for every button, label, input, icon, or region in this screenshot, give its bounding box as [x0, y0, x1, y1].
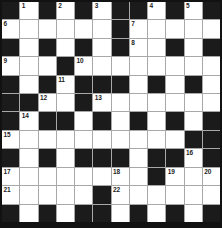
cell-r8c3[interactable]: [39, 131, 56, 148]
black-cell-r6c2: [20, 94, 37, 111]
cell-r3c6[interactable]: [93, 39, 110, 56]
black-cell-r1c8: [130, 2, 147, 19]
black-cell-r9c1: [2, 149, 19, 166]
cell-r10c12[interactable]: 20: [203, 168, 220, 185]
black-cell-r1c3: [39, 2, 56, 19]
cell-r7c7[interactable]: [112, 112, 129, 129]
cell-r11c7[interactable]: 22: [112, 186, 129, 203]
black-cell-r9c10: [166, 149, 183, 166]
black-cell-r5c3: [39, 76, 56, 93]
cell-r2c8[interactable]: 7: [130, 20, 147, 37]
clue-number-13: 13: [95, 94, 102, 102]
black-cell-r12c3: [39, 205, 56, 222]
cell-r4c12[interactable]: [203, 57, 220, 74]
cell-r7c11[interactable]: [185, 112, 202, 129]
crossword-screenshot: 12345678910111213141516171819202122: [0, 0, 222, 228]
cell-r4c2[interactable]: [20, 57, 37, 74]
crossword-board: 12345678910111213141516171819202122: [0, 0, 222, 228]
black-cell-r3c1: [2, 39, 19, 56]
black-cell-r1c1: [2, 2, 19, 19]
black-cell-r7c12: [203, 112, 220, 129]
cell-r7c9[interactable]: [148, 112, 165, 129]
cell-r10c4[interactable]: [57, 168, 74, 185]
cell-r10c5[interactable]: [75, 168, 92, 185]
cell-r11c9[interactable]: [148, 186, 165, 203]
cell-r2c2[interactable]: [20, 20, 37, 37]
clue-number-8: 8: [131, 39, 134, 47]
clue-number-15: 15: [4, 131, 11, 139]
cell-r12c11[interactable]: [185, 205, 202, 222]
clue-number-5: 5: [186, 2, 189, 10]
cell-r9c8[interactable]: [130, 149, 147, 166]
cell-r10c3[interactable]: [39, 168, 56, 185]
black-cell-r9c9: [148, 149, 165, 166]
black-cell-r4c4: [57, 57, 74, 74]
cell-r3c11[interactable]: [185, 39, 202, 56]
black-cell-r9c5: [75, 149, 92, 166]
clue-number-7: 7: [131, 20, 134, 28]
clue-number-16: 16: [186, 149, 193, 157]
cell-r1c4[interactable]: 2: [57, 2, 74, 19]
cell-r6c4[interactable]: [57, 94, 74, 111]
clue-number-17: 17: [4, 168, 11, 176]
cell-r11c5[interactable]: [75, 186, 92, 203]
black-cell-r1c10: [166, 2, 183, 19]
black-cell-r7c10: [166, 112, 183, 129]
cell-r6c9[interactable]: [148, 94, 165, 111]
cell-r4c3[interactable]: [39, 57, 56, 74]
cell-r1c6[interactable]: 3: [93, 2, 110, 19]
black-cell-r9c7: [112, 149, 129, 166]
black-cell-r11c6: [93, 186, 110, 203]
black-cell-r9c12: [203, 149, 220, 166]
cell-r8c6[interactable]: [93, 131, 110, 148]
cell-r6c12[interactable]: [203, 94, 220, 111]
black-cell-r7c1: [2, 112, 19, 129]
black-cell-r8c12: [203, 131, 220, 148]
cell-r6c10[interactable]: [166, 94, 183, 111]
cell-r5c8[interactable]: [130, 76, 147, 93]
black-cell-r2c7: [112, 20, 129, 37]
cell-r10c7[interactable]: 18: [112, 168, 129, 185]
cell-r4c8[interactable]: [130, 57, 147, 74]
cell-r2c1[interactable]: 6: [2, 20, 19, 37]
black-cell-r5c7: [112, 76, 129, 93]
black-cell-r12c12: [203, 205, 220, 222]
cell-r3c4[interactable]: [57, 39, 74, 56]
black-cell-r5c6: [93, 76, 110, 93]
clue-number-2: 2: [58, 2, 61, 10]
black-cell-r1c5: [75, 2, 92, 19]
cell-r8c1[interactable]: 15: [2, 131, 19, 148]
black-cell-r1c12: [203, 2, 220, 19]
cell-r10c2[interactable]: [20, 168, 37, 185]
cell-r4c11[interactable]: [185, 57, 202, 74]
clue-number-22: 22: [113, 186, 120, 194]
cell-r10c10[interactable]: 19: [166, 168, 183, 185]
cell-r5c4[interactable]: 11: [57, 76, 74, 93]
cell-r1c11[interactable]: 5: [185, 2, 202, 19]
black-cell-r12c10: [166, 205, 183, 222]
cell-r11c8[interactable]: [130, 186, 147, 203]
cell-r6c7[interactable]: [112, 94, 129, 111]
cell-r8c4[interactable]: [57, 131, 74, 148]
black-cell-r5c11: [185, 76, 202, 93]
cell-r6c6[interactable]: 13: [93, 94, 110, 111]
black-cell-r10c9: [148, 168, 165, 185]
cell-r10c11[interactable]: [185, 168, 202, 185]
clue-number-19: 19: [168, 168, 175, 176]
cell-r2c12[interactable]: [203, 20, 220, 37]
black-cell-r5c5: [75, 76, 92, 93]
cell-r4c10[interactable]: [166, 57, 183, 74]
cell-r10c1[interactable]: 17: [2, 168, 19, 185]
cell-r3c9[interactable]: [148, 39, 165, 56]
black-cell-r12c6: [93, 205, 110, 222]
clue-number-3: 3: [95, 2, 98, 10]
cell-r12c9[interactable]: [148, 205, 165, 222]
cell-r11c11[interactable]: [185, 186, 202, 203]
black-cell-r3c3: [39, 39, 56, 56]
cell-r4c6[interactable]: [93, 57, 110, 74]
black-cell-r6c1: [2, 94, 19, 111]
clue-number-11: 11: [58, 76, 64, 84]
black-cell-r7c6: [93, 112, 110, 129]
black-cell-r1c7: [112, 2, 129, 19]
cell-r12c2[interactable]: [20, 205, 37, 222]
cell-r6c3[interactable]: 12: [39, 94, 56, 111]
cell-r8c9[interactable]: [148, 131, 165, 148]
crossword-grid: 12345678910111213141516171819202122: [2, 2, 220, 222]
cell-r5c10[interactable]: [166, 76, 183, 93]
cell-r9c4[interactable]: [57, 149, 74, 166]
black-cell-r8c11: [185, 131, 202, 148]
black-cell-r3c10: [166, 39, 183, 56]
cell-r11c3[interactable]: [39, 186, 56, 203]
cell-r8c8[interactable]: [130, 131, 147, 148]
cell-r11c2[interactable]: [20, 186, 37, 203]
cell-r11c10[interactable]: [166, 186, 183, 203]
black-cell-r7c3: [39, 112, 56, 129]
cell-r9c11[interactable]: 16: [185, 149, 202, 166]
black-cell-r12c5: [75, 205, 92, 222]
cell-r11c1[interactable]: 21: [2, 186, 19, 203]
cell-r2c9[interactable]: [148, 20, 165, 37]
cell-r3c2[interactable]: [20, 39, 37, 56]
black-cell-r9c6: [93, 149, 110, 166]
clue-number-18: 18: [113, 168, 120, 176]
cell-r7c5[interactable]: [75, 112, 92, 129]
clue-number-6: 6: [4, 20, 7, 28]
clue-number-21: 21: [4, 186, 11, 194]
cell-r4c9[interactable]: [148, 57, 165, 74]
black-cell-r5c9: [148, 76, 165, 93]
black-cell-r9c3: [39, 149, 56, 166]
clue-number-14: 14: [22, 112, 29, 120]
cell-r12c4[interactable]: [57, 205, 74, 222]
clue-number-12: 12: [40, 94, 47, 102]
cell-r2c5[interactable]: [75, 20, 92, 37]
cell-r11c4[interactable]: [57, 186, 74, 203]
cell-r8c7[interactable]: [112, 131, 129, 148]
clue-number-9: 9: [4, 57, 7, 65]
black-cell-r3c7: [112, 39, 129, 56]
cell-r2c4[interactable]: [57, 20, 74, 37]
clue-number-10: 10: [77, 57, 84, 65]
clue-number-4: 4: [150, 2, 153, 10]
cell-r4c5[interactable]: 10: [75, 57, 92, 74]
black-cell-r3c12: [203, 39, 220, 56]
cell-r2c10[interactable]: [166, 20, 183, 37]
cell-r2c6[interactable]: [93, 20, 110, 37]
black-cell-r7c8: [130, 112, 147, 129]
black-cell-r12c1: [2, 205, 19, 222]
clue-number-1: 1: [22, 2, 25, 10]
black-cell-r12c8: [130, 205, 147, 222]
cell-r6c11[interactable]: [185, 94, 202, 111]
cell-r4c1[interactable]: 9: [2, 57, 19, 74]
cell-r2c11[interactable]: [185, 20, 202, 37]
cell-r2c3[interactable]: [39, 20, 56, 37]
cell-r11c12[interactable]: [203, 186, 220, 203]
cell-r8c2[interactable]: [20, 131, 37, 148]
cell-r4c7[interactable]: [112, 57, 129, 74]
cell-r1c2[interactable]: 1: [20, 2, 37, 19]
cell-r1c9[interactable]: 4: [148, 2, 165, 19]
black-cell-r6c5: [75, 94, 92, 111]
clue-number-20: 20: [204, 168, 211, 176]
cell-r10c8[interactable]: [130, 168, 147, 185]
cell-r8c5[interactable]: [75, 131, 92, 148]
cell-r5c12[interactable]: [203, 76, 220, 93]
cell-r6c8[interactable]: [130, 94, 147, 111]
cell-r5c2[interactable]: [20, 76, 37, 93]
cell-r8c10[interactable]: [166, 131, 183, 148]
black-cell-r3c5: [75, 39, 92, 56]
cell-r12c7[interactable]: [112, 205, 129, 222]
black-cell-r7c4: [57, 112, 74, 129]
black-cell-r5c1: [2, 76, 19, 93]
cell-r10c6[interactable]: [93, 168, 110, 185]
cell-r3c8[interactable]: 8: [130, 39, 147, 56]
cell-r9c2[interactable]: [20, 149, 37, 166]
cell-r7c2[interactable]: 14: [20, 112, 37, 129]
